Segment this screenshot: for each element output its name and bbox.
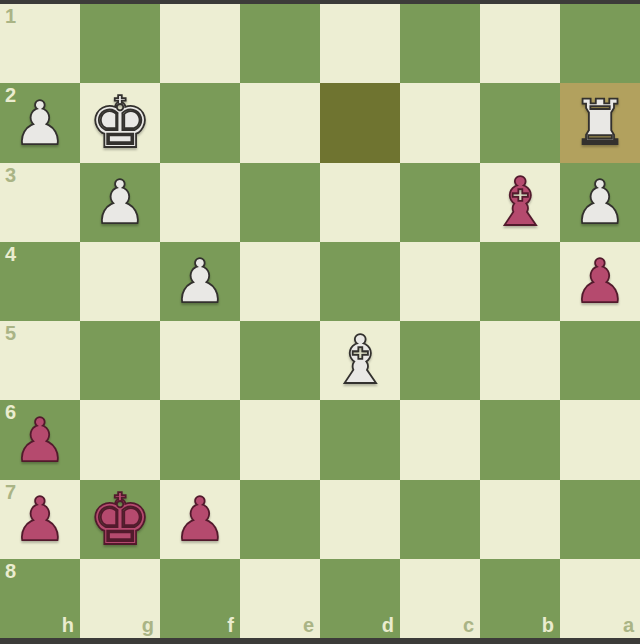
square-b1[interactable] [480,4,560,83]
black-pawn-h6[interactable]: ♟ [0,400,80,479]
square-h5[interactable]: 5 [0,321,80,400]
square-c4[interactable] [400,242,480,321]
square-e2[interactable] [240,83,320,162]
square-h6[interactable]: 6♟ [0,400,80,479]
black-pawn-h7[interactable]: ♟ [0,480,80,559]
square-b6[interactable] [480,400,560,479]
white-pawn-f4[interactable]: ♟ [160,242,240,321]
square-e7[interactable] [240,480,320,559]
chess-board: 12♟♚♜3♟♝♟4♟♟5♝6♟7♟♚♟8hgfedcba [0,4,640,638]
rank-label-1: 1 [5,6,16,26]
square-c2[interactable] [400,83,480,162]
square-b5[interactable] [480,321,560,400]
square-b7[interactable] [480,480,560,559]
square-h7[interactable]: 7♟ [0,480,80,559]
square-f3[interactable] [160,163,240,242]
black-pawn-f7[interactable]: ♟ [160,480,240,559]
file-label-b: b [542,615,554,635]
chess-app-window: 12♟♚♜3♟♝♟4♟♟5♝6♟7♟♚♟8hgfedcba [0,0,640,644]
square-e6[interactable] [240,400,320,479]
file-label-d: d [382,615,394,635]
square-d6[interactable] [320,400,400,479]
black-pawn-a4[interactable]: ♟ [560,242,640,321]
square-d8[interactable]: d [320,559,400,638]
square-d4[interactable] [320,242,400,321]
square-g7[interactable]: ♚ [80,480,160,559]
square-f2[interactable] [160,83,240,162]
square-f6[interactable] [160,400,240,479]
square-d5[interactable]: ♝ [320,321,400,400]
square-e3[interactable] [240,163,320,242]
square-f4[interactable]: ♟ [160,242,240,321]
square-a4[interactable]: ♟ [560,242,640,321]
file-label-h: h [62,615,74,635]
white-king-g2[interactable]: ♚ [80,83,160,162]
square-f7[interactable]: ♟ [160,480,240,559]
white-pawn-h2[interactable]: ♟ [0,83,80,162]
rank-label-4: 4 [5,244,16,264]
square-b2[interactable] [480,83,560,162]
square-g3[interactable]: ♟ [80,163,160,242]
file-label-e: e [303,615,314,635]
square-e4[interactable] [240,242,320,321]
square-b3[interactable]: ♝ [480,163,560,242]
square-h8[interactable]: 8h [0,559,80,638]
square-h4[interactable]: 4 [0,242,80,321]
white-pawn-g3[interactable]: ♟ [80,163,160,242]
square-c7[interactable] [400,480,480,559]
bottom-frame-bar [0,638,640,644]
square-g4[interactable] [80,242,160,321]
square-e8[interactable]: e [240,559,320,638]
file-label-g: g [142,615,154,635]
white-pawn-a3[interactable]: ♟ [560,163,640,242]
square-g5[interactable] [80,321,160,400]
square-d2[interactable] [320,83,400,162]
square-a5[interactable] [560,321,640,400]
black-king-g7[interactable]: ♚ [80,480,160,559]
square-a7[interactable] [560,480,640,559]
file-label-f: f [227,615,234,635]
square-d3[interactable] [320,163,400,242]
file-label-c: c [463,615,474,635]
square-d1[interactable] [320,4,400,83]
square-c8[interactable]: c [400,559,480,638]
square-a1[interactable] [560,4,640,83]
square-a6[interactable] [560,400,640,479]
square-c1[interactable] [400,4,480,83]
square-g2[interactable]: ♚ [80,83,160,162]
square-c3[interactable] [400,163,480,242]
square-f1[interactable] [160,4,240,83]
black-bishop-b3[interactable]: ♝ [480,163,560,242]
square-a3[interactable]: ♟ [560,163,640,242]
rank-label-5: 5 [5,323,16,343]
square-e5[interactable] [240,321,320,400]
square-h3[interactable]: 3 [0,163,80,242]
square-h1[interactable]: 1 [0,4,80,83]
white-rook-a2[interactable]: ♜ [560,83,640,162]
square-g1[interactable] [80,4,160,83]
file-label-a: a [623,615,634,635]
square-g6[interactable] [80,400,160,479]
square-c5[interactable] [400,321,480,400]
rank-label-8: 8 [5,561,16,581]
square-h2[interactable]: 2♟ [0,83,80,162]
rank-label-3: 3 [5,165,16,185]
square-a2[interactable]: ♜ [560,83,640,162]
square-g8[interactable]: g [80,559,160,638]
square-c6[interactable] [400,400,480,479]
square-b8[interactable]: b [480,559,560,638]
square-d7[interactable] [320,480,400,559]
square-f5[interactable] [160,321,240,400]
square-a8[interactable]: a [560,559,640,638]
square-b4[interactable] [480,242,560,321]
white-bishop-d5[interactable]: ♝ [320,321,400,400]
square-e1[interactable] [240,4,320,83]
square-f8[interactable]: f [160,559,240,638]
